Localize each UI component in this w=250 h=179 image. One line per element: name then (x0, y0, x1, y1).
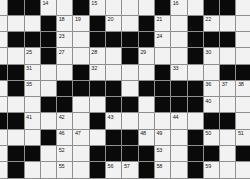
cell-r7c10[interactable] (154, 112, 170, 128)
cell-r8c4[interactable]: 46 (56, 129, 72, 145)
cell-r7c5[interactable] (72, 112, 88, 128)
clue-number: 18 (59, 16, 65, 22)
cell-r6c13[interactable]: 40 (203, 96, 219, 112)
cell-r0c1 (7, 0, 23, 15)
cell-r8c3 (40, 129, 56, 145)
cell-r0c11[interactable]: 16 (170, 0, 186, 15)
cell-r9c14[interactable] (219, 145, 235, 161)
cell-r7c8[interactable] (121, 112, 137, 128)
cell-r0c12[interactable] (187, 0, 203, 15)
cell-r5c5 (72, 80, 88, 96)
cell-r6c11 (170, 96, 186, 112)
cell-r7c15[interactable] (235, 112, 250, 128)
cell-r9c7 (105, 145, 121, 161)
cell-r4c12[interactable] (187, 64, 203, 80)
cell-r8c10[interactable]: 49 (154, 129, 170, 145)
clue-number: 52 (59, 147, 65, 153)
cell-r9c13 (203, 145, 219, 161)
cell-r5c14[interactable]: 37 (219, 80, 235, 96)
cell-r11c5[interactable] (72, 178, 88, 179)
clue-number: 19 (75, 16, 81, 22)
cell-r7c1 (7, 112, 23, 128)
clue-number: 43 (108, 114, 114, 120)
cell-r10c1 (7, 161, 23, 177)
cell-r10c14[interactable] (219, 161, 235, 177)
cell-r2c2 (24, 31, 40, 47)
cell-r5c15[interactable]: 38 (235, 80, 250, 96)
cell-r4c5 (72, 64, 88, 80)
cell-r8c12 (187, 129, 203, 145)
cell-r1c13[interactable]: 22 (203, 15, 219, 31)
cell-r1c2[interactable] (24, 15, 40, 31)
clue-number: 57 (124, 163, 130, 169)
cell-r8c5[interactable]: 47 (72, 129, 88, 145)
cell-r11c12[interactable] (187, 178, 203, 179)
cell-r7c6 (89, 112, 105, 128)
cell-r7c13 (203, 112, 219, 128)
cell-r8c1[interactable] (7, 129, 23, 145)
cell-r11c7[interactable] (105, 178, 121, 179)
cell-r4c15 (235, 64, 250, 80)
clue-number: 51 (238, 130, 244, 136)
cell-r8c0[interactable] (0, 129, 7, 145)
cell-r7c3[interactable] (40, 112, 56, 128)
cell-r3c6[interactable]: 28 (89, 47, 105, 63)
cell-r6c4 (56, 96, 72, 112)
cell-r6c14[interactable] (219, 96, 235, 112)
cell-r1c12 (187, 15, 203, 31)
cell-r6c5[interactable] (72, 96, 88, 112)
clue-number: 15 (91, 0, 97, 6)
cell-r10c11[interactable] (170, 161, 186, 177)
cell-r9c15 (235, 145, 250, 161)
cell-r11c15[interactable] (235, 178, 250, 179)
cell-r11c6[interactable] (89, 178, 105, 179)
cell-r6c3 (40, 96, 56, 112)
crossword-image: 1415161819202122232425272829303132333536… (0, 0, 250, 179)
cell-r3c11[interactable] (170, 47, 186, 63)
cell-r5c12 (187, 80, 203, 96)
cell-r9c11[interactable] (170, 145, 186, 161)
cell-r10c12 (187, 161, 203, 177)
cell-r1c5[interactable]: 19 (72, 15, 88, 31)
cell-r6c6[interactable] (89, 96, 105, 112)
cell-r10c3[interactable] (40, 161, 56, 177)
clue-number: 46 (59, 130, 65, 136)
cell-r11c3[interactable] (40, 178, 56, 179)
cell-r1c8[interactable] (121, 15, 137, 31)
cell-r10c10[interactable]: 58 (154, 161, 170, 177)
clue-number: 36 (205, 81, 211, 87)
cell-r7c0 (0, 112, 7, 128)
cell-r6c12 (187, 96, 203, 112)
cell-r4c0 (0, 64, 7, 80)
clue-number: 14 (42, 0, 48, 6)
cell-r8c6[interactable] (89, 129, 105, 145)
crossword-grid: 1415161819202122232425272829303132333536… (0, 0, 250, 179)
cell-r11c4[interactable] (56, 178, 72, 179)
clue-number: 32 (91, 65, 97, 71)
cell-r3c4[interactable]: 27 (56, 47, 72, 63)
clue-number: 37 (222, 81, 228, 87)
cell-r5c2[interactable]: 35 (24, 80, 40, 96)
cell-r9c6 (89, 145, 105, 161)
cell-r3c10[interactable] (154, 47, 170, 63)
cell-r0c13 (203, 0, 219, 15)
cell-r10c13[interactable]: 59 (203, 161, 219, 177)
cell-r4c7[interactable] (105, 64, 121, 80)
cell-r2c14 (219, 31, 235, 47)
clue-number: 30 (205, 49, 211, 55)
cell-r1c6 (89, 15, 105, 31)
cell-r3c1[interactable] (7, 47, 23, 63)
cell-r4c8[interactable] (121, 64, 137, 80)
cell-r2c9 (138, 31, 154, 47)
cell-r5c7 (105, 80, 121, 96)
cell-r3c14[interactable] (219, 47, 235, 63)
cell-r7c14 (219, 112, 235, 128)
cell-r6c8 (121, 96, 137, 112)
cell-r8c11[interactable] (170, 129, 186, 145)
cell-r11c10[interactable] (154, 178, 170, 179)
clue-number: 55 (59, 163, 65, 169)
cell-r2c3 (40, 31, 56, 47)
cell-r2c4[interactable]: 23 (56, 31, 72, 47)
cell-r4c6[interactable]: 32 (89, 64, 105, 80)
clue-number: 56 (108, 163, 114, 169)
cell-r2c13 (203, 31, 219, 47)
cell-r6c2[interactable] (24, 96, 40, 112)
cell-r1c1[interactable] (7, 15, 23, 31)
cell-r3c15[interactable] (235, 47, 250, 63)
clue-number: 49 (156, 130, 162, 136)
cell-r2c0[interactable] (0, 31, 7, 47)
cell-r5c13[interactable]: 36 (203, 80, 219, 96)
clue-number: 38 (238, 81, 244, 87)
cell-r11c14[interactable] (219, 178, 235, 179)
cell-r1c10[interactable]: 21 (154, 15, 170, 31)
cell-r11c13[interactable] (203, 178, 219, 179)
cell-r6c10 (154, 96, 170, 112)
cell-r8c13[interactable]: 50 (203, 129, 219, 145)
clue-number: 50 (205, 130, 211, 136)
cell-r11c1[interactable] (7, 178, 23, 179)
cell-r4c10 (154, 64, 170, 80)
cell-r4c11[interactable]: 33 (170, 64, 186, 80)
clue-number: 23 (59, 33, 65, 39)
cell-r4c14 (219, 64, 235, 80)
cell-r0c2 (24, 0, 40, 15)
cell-r3c0[interactable] (0, 47, 7, 63)
cell-r8c14[interactable] (219, 129, 235, 145)
clue-number: 40 (205, 98, 211, 104)
cell-r9c2 (24, 145, 40, 161)
cell-r6c7 (105, 96, 121, 112)
clue-number: 41 (26, 114, 32, 120)
cell-r0c5 (72, 0, 88, 15)
clue-number: 24 (156, 33, 162, 39)
cell-r5c9 (138, 80, 154, 96)
cell-r10c4[interactable]: 55 (56, 161, 72, 177)
clue-number: 47 (75, 130, 81, 136)
clue-number: 33 (173, 65, 179, 71)
clue-number: 58 (156, 163, 162, 169)
cell-r9c3[interactable] (40, 145, 56, 161)
cell-r0c7[interactable] (105, 0, 121, 15)
cell-r3c5[interactable] (72, 47, 88, 63)
cell-r1c11[interactable] (170, 15, 186, 31)
cell-r7c4[interactable]: 42 (56, 112, 72, 128)
cell-r5c0[interactable] (0, 80, 7, 96)
cell-r9c9 (138, 145, 154, 161)
cell-r9c1 (7, 145, 23, 161)
clue-number: 53 (156, 147, 162, 153)
cell-r2c7 (105, 31, 121, 47)
cell-r0c3[interactable]: 14 (40, 0, 56, 15)
clue-number: 22 (205, 16, 211, 22)
cell-r8c9[interactable]: 48 (138, 129, 154, 145)
cell-r2c11[interactable] (170, 31, 186, 47)
cell-r8c8 (121, 129, 137, 145)
cell-r10c5[interactable] (72, 161, 88, 177)
cell-r8c15[interactable]: 51 (235, 129, 250, 145)
clue-number: 44 (173, 114, 179, 120)
cell-r10c0[interactable] (0, 161, 7, 177)
cell-r1c3 (40, 15, 56, 31)
cell-r3c9[interactable]: 29 (138, 47, 154, 63)
cell-r4c3[interactable] (40, 64, 56, 80)
cell-r2c1 (7, 31, 23, 47)
cell-r0c8[interactable] (121, 0, 137, 15)
clue-number: 25 (26, 49, 32, 55)
clue-number: 28 (91, 49, 97, 55)
cell-r0c10 (154, 0, 170, 15)
clue-number: 21 (156, 16, 162, 22)
cell-r3c2[interactable]: 25 (24, 47, 40, 63)
cell-r8c7 (105, 129, 121, 145)
cell-r5c11 (170, 80, 186, 96)
cell-r2c10[interactable]: 24 (154, 31, 170, 47)
cell-r10c9 (138, 161, 154, 177)
cell-r10c7[interactable]: 56 (105, 161, 121, 177)
cell-r11c0[interactable] (0, 178, 7, 179)
cell-r3c12 (187, 47, 203, 63)
cell-r5c4 (56, 80, 72, 96)
cell-r10c6 (89, 161, 105, 177)
cell-r11c2[interactable] (24, 178, 40, 179)
cell-r2c6 (89, 31, 105, 47)
cell-r0c14 (219, 0, 235, 15)
cell-r5c1 (7, 80, 23, 96)
clue-number: 42 (59, 114, 65, 120)
cell-r1c9 (138, 15, 154, 31)
cell-r9c12 (187, 145, 203, 161)
clue-number: 16 (173, 0, 179, 6)
cell-r0c9[interactable] (138, 0, 154, 15)
cell-r5c10 (154, 80, 170, 96)
cell-r7c7[interactable]: 43 (105, 112, 121, 128)
cell-r9c10[interactable]: 53 (154, 145, 170, 161)
cell-r7c11[interactable]: 44 (170, 112, 186, 128)
cell-r10c2[interactable] (24, 161, 40, 177)
cell-r6c0[interactable] (0, 96, 7, 112)
cell-r2c8 (121, 31, 137, 47)
cell-r5c8[interactable] (121, 80, 137, 96)
cell-r6c15[interactable] (235, 96, 250, 112)
cell-r11c8[interactable] (121, 178, 137, 179)
cell-r9c5[interactable] (72, 145, 88, 161)
cell-r0c0[interactable] (0, 0, 7, 15)
cell-r1c14[interactable] (219, 15, 235, 31)
cell-r3c7[interactable] (105, 47, 121, 63)
clue-number: 27 (59, 49, 65, 55)
clue-number: 20 (108, 16, 114, 22)
cell-r0c4[interactable] (56, 0, 72, 15)
cell-r5c6 (89, 80, 105, 96)
cell-r3c8 (121, 47, 137, 63)
cell-r5c3[interactable] (40, 80, 56, 96)
cell-r2c15[interactable] (235, 31, 250, 47)
cell-r1c0[interactable] (0, 15, 7, 31)
cell-r6c1[interactable] (7, 96, 23, 112)
cell-r11c11[interactable] (170, 178, 186, 179)
cell-r4c2[interactable]: 31 (24, 64, 40, 80)
cell-r2c12 (187, 31, 203, 47)
cell-r3c13[interactable]: 30 (203, 47, 219, 63)
cell-r9c8 (121, 145, 137, 161)
cell-r2c5[interactable] (72, 31, 88, 47)
cell-r4c1 (7, 64, 23, 80)
cell-r8c2[interactable] (24, 129, 40, 145)
cell-r6c9[interactable] (138, 96, 154, 112)
cell-r4c9[interactable] (138, 64, 154, 80)
cell-r9c4[interactable]: 52 (56, 145, 72, 161)
cell-r7c9[interactable] (138, 112, 154, 128)
cell-r0c15[interactable] (235, 0, 250, 15)
cell-r9c0[interactable] (0, 145, 7, 161)
cell-r10c8[interactable]: 57 (121, 161, 137, 177)
cell-r7c2[interactable]: 41 (24, 112, 40, 128)
cell-r4c4[interactable] (56, 64, 72, 80)
cell-r1c4[interactable]: 18 (56, 15, 72, 31)
cell-r7c12[interactable] (187, 112, 203, 128)
cell-r0c6[interactable]: 15 (89, 0, 105, 15)
cell-r3c3 (40, 47, 56, 63)
cell-r1c7[interactable]: 20 (105, 15, 121, 31)
clue-number: 31 (26, 65, 32, 71)
cell-r4c13[interactable] (203, 64, 219, 80)
clue-number: 48 (140, 130, 146, 136)
cell-r1c15[interactable] (235, 15, 250, 31)
cell-r11c9[interactable] (138, 178, 154, 179)
clue-number: 59 (205, 163, 211, 169)
clue-number: 35 (26, 81, 32, 87)
cell-r10c15[interactable] (235, 161, 250, 177)
clue-number: 29 (140, 49, 146, 55)
